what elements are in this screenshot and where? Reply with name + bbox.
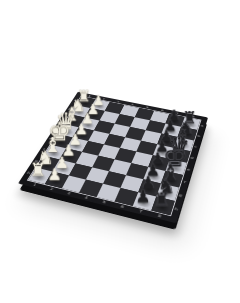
white-pawn-icon: ♟ bbox=[35, 167, 75, 183]
chess-board: 12345678 12345678 abcdefgh abcdefgh ♜♟♟♜… bbox=[18, 91, 208, 223]
black-rook-icon: ♜ bbox=[141, 190, 183, 209]
board-square: ♜ bbox=[151, 196, 174, 215]
board-square: ♟ bbox=[45, 171, 69, 188]
product-photo: 12345678 12345678 abcdefgh abcdefgh ♜♟♟♜… bbox=[0, 0, 240, 303]
board-frame: 12345678 12345678 abcdefgh abcdefgh ♜♟♟♜… bbox=[18, 91, 208, 223]
